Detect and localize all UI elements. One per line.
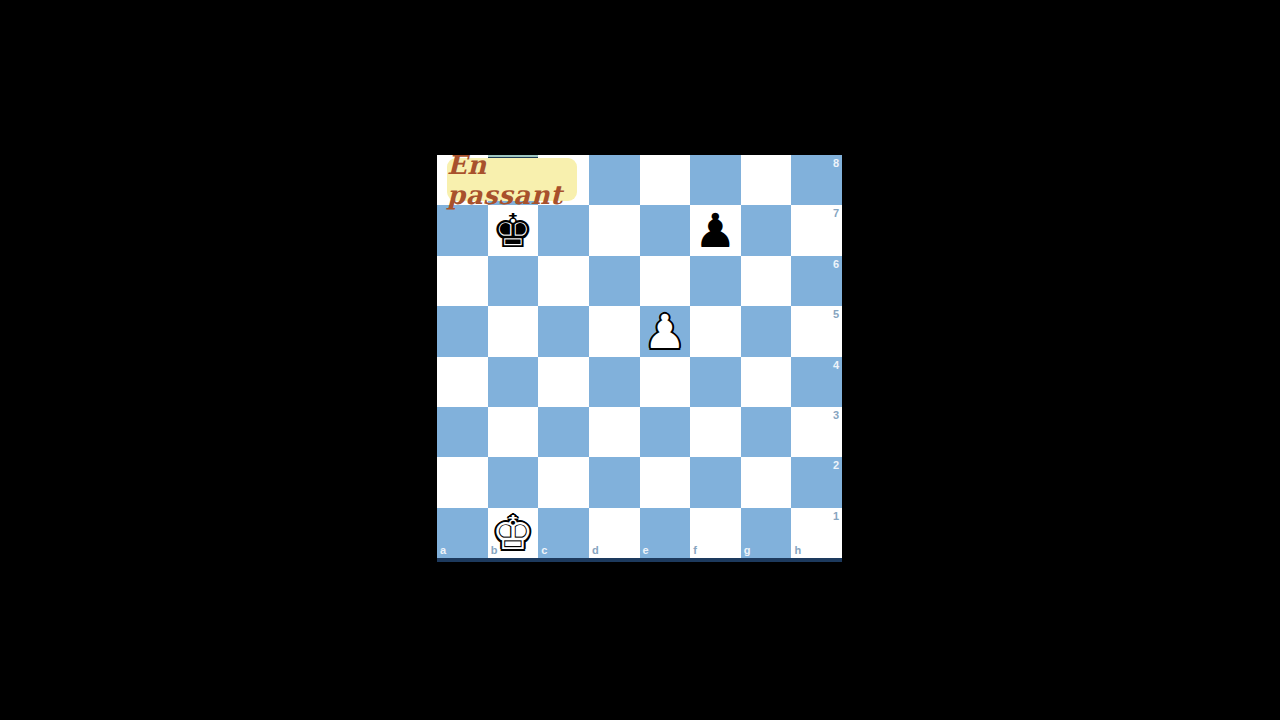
square-h2[interactable]: 2 <box>791 457 842 507</box>
square-g3[interactable] <box>741 407 792 457</box>
en-passant-label: En passant <box>447 158 577 201</box>
square-b2[interactable] <box>488 457 539 507</box>
rank-label-1: 1 <box>833 511 839 522</box>
square-a7[interactable] <box>437 205 488 255</box>
square-e8[interactable] <box>640 155 691 205</box>
square-c7[interactable] <box>538 205 589 255</box>
square-f4[interactable] <box>690 357 741 407</box>
square-f1[interactable]: f <box>690 508 741 558</box>
file-label-g: g <box>744 545 751 556</box>
square-e7[interactable] <box>640 205 691 255</box>
square-g2[interactable] <box>741 457 792 507</box>
rank-label-3: 3 <box>833 410 839 421</box>
square-e1[interactable]: e <box>640 508 691 558</box>
square-g8[interactable] <box>741 155 792 205</box>
black-pawn[interactable]: ♟ <box>694 207 736 254</box>
file-label-e: e <box>643 545 649 556</box>
rank-label-7: 7 <box>833 208 839 219</box>
chess-board: En passant 8♚♟76♟5432a♚bcdefgh1 <box>437 155 842 562</box>
square-h6[interactable]: 6 <box>791 256 842 306</box>
square-e4[interactable] <box>640 357 691 407</box>
square-b7[interactable]: ♚ <box>488 205 539 255</box>
square-e6[interactable] <box>640 256 691 306</box>
file-label-c: c <box>541 545 547 556</box>
file-label-a: a <box>440 545 446 556</box>
rank-label-4: 4 <box>833 360 839 371</box>
square-e2[interactable] <box>640 457 691 507</box>
square-h5[interactable]: 5 <box>791 306 842 356</box>
file-label-d: d <box>592 545 599 556</box>
square-a5[interactable] <box>437 306 488 356</box>
square-g7[interactable] <box>741 205 792 255</box>
file-label-b: b <box>491 545 498 556</box>
square-a2[interactable] <box>437 457 488 507</box>
square-f8[interactable] <box>690 155 741 205</box>
square-d4[interactable] <box>589 357 640 407</box>
black-king[interactable]: ♚ <box>492 207 534 254</box>
square-c2[interactable] <box>538 457 589 507</box>
square-c5[interactable] <box>538 306 589 356</box>
square-d3[interactable] <box>589 407 640 457</box>
file-label-h: h <box>794 545 801 556</box>
square-f6[interactable] <box>690 256 741 306</box>
square-c1[interactable]: c <box>538 508 589 558</box>
square-d2[interactable] <box>589 457 640 507</box>
square-b3[interactable] <box>488 407 539 457</box>
video-frame: En passant 8♚♟76♟5432a♚bcdefgh1 <box>0 0 1280 720</box>
square-h7[interactable]: 7 <box>791 205 842 255</box>
square-b5[interactable] <box>488 306 539 356</box>
square-g5[interactable] <box>741 306 792 356</box>
square-c3[interactable] <box>538 407 589 457</box>
square-e3[interactable] <box>640 407 691 457</box>
square-g4[interactable] <box>741 357 792 407</box>
square-c4[interactable] <box>538 357 589 407</box>
square-h4[interactable]: 4 <box>791 357 842 407</box>
square-b6[interactable] <box>488 256 539 306</box>
square-e5[interactable]: ♟ <box>640 306 691 356</box>
white-king[interactable]: ♚ <box>492 509 534 556</box>
square-d6[interactable] <box>589 256 640 306</box>
square-d7[interactable] <box>589 205 640 255</box>
square-b4[interactable] <box>488 357 539 407</box>
square-f5[interactable] <box>690 306 741 356</box>
file-label-f: f <box>693 545 697 556</box>
square-d8[interactable] <box>589 155 640 205</box>
square-c6[interactable] <box>538 256 589 306</box>
square-a3[interactable] <box>437 407 488 457</box>
square-d1[interactable]: d <box>589 508 640 558</box>
square-g1[interactable]: g <box>741 508 792 558</box>
square-g6[interactable] <box>741 256 792 306</box>
rank-label-8: 8 <box>833 158 839 169</box>
square-f2[interactable] <box>690 457 741 507</box>
square-a1[interactable]: a <box>437 508 488 558</box>
rank-label-5: 5 <box>833 309 839 320</box>
white-pawn[interactable]: ♟ <box>644 308 686 355</box>
square-h3[interactable]: 3 <box>791 407 842 457</box>
rank-label-6: 6 <box>833 259 839 270</box>
rank-label-2: 2 <box>833 460 839 471</box>
square-b1[interactable]: ♚b <box>488 508 539 558</box>
square-h1[interactable]: h1 <box>791 508 842 558</box>
square-d5[interactable] <box>589 306 640 356</box>
square-f7[interactable]: ♟ <box>690 205 741 255</box>
square-a6[interactable] <box>437 256 488 306</box>
square-h8[interactable]: 8 <box>791 155 842 205</box>
square-a4[interactable] <box>437 357 488 407</box>
square-f3[interactable] <box>690 407 741 457</box>
